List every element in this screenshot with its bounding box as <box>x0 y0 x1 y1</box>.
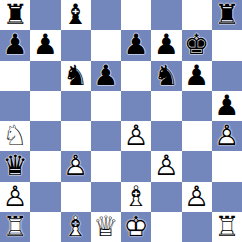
piece-black-pawn: ♟ <box>91 61 121 91</box>
square-b8[interactable] <box>30 0 60 30</box>
square-g5[interactable] <box>182 91 212 121</box>
square-e6[interactable] <box>121 61 151 91</box>
piece-black-king: ♚ <box>182 30 212 60</box>
square-f7[interactable]: ♟ <box>151 30 181 60</box>
black-piece-glyph: ♟ <box>0 30 30 60</box>
square-g7[interactable]: ♚ <box>182 30 212 60</box>
square-h6[interactable] <box>212 61 242 91</box>
square-b5[interactable] <box>30 91 60 121</box>
chess-board: ♜♝♜♟♟♟♟♚♞♟♞♟♟♞♘♟♙♟♙♛♟♙♟♙♟♙♝♗♟♙♜♖♝♗♛♕♚♔♜♖ <box>0 0 242 242</box>
square-d3[interactable] <box>91 151 121 181</box>
square-h3[interactable] <box>212 151 242 181</box>
square-d4[interactable] <box>91 121 121 151</box>
square-f8[interactable] <box>151 0 181 30</box>
black-piece-glyph: ♞ <box>61 61 91 91</box>
piece-black-pawn: ♟ <box>212 91 242 121</box>
square-a2[interactable]: ♟♙ <box>0 182 30 212</box>
square-d2[interactable] <box>91 182 121 212</box>
square-a7[interactable]: ♟ <box>0 30 30 60</box>
square-e8[interactable] <box>121 0 151 30</box>
square-d7[interactable] <box>91 30 121 60</box>
square-h7[interactable] <box>212 30 242 60</box>
square-f3[interactable]: ♟♙ <box>151 151 181 181</box>
square-c3[interactable]: ♟♙ <box>61 151 91 181</box>
black-piece-glyph: ♟ <box>212 91 242 121</box>
square-a8[interactable]: ♜ <box>0 0 30 30</box>
piece-white-pawn: ♟♙ <box>151 151 181 181</box>
black-piece-glyph: ♟ <box>30 30 60 60</box>
white-piece-outline: ♔ <box>121 212 151 242</box>
piece-white-bishop: ♝♗ <box>61 212 91 242</box>
square-c4[interactable] <box>61 121 91 151</box>
piece-white-pawn: ♟♙ <box>121 121 151 151</box>
square-f1[interactable] <box>151 212 181 242</box>
white-piece-outline: ♗ <box>61 212 91 242</box>
square-h8[interactable]: ♜ <box>212 0 242 30</box>
square-c1[interactable]: ♝♗ <box>61 212 91 242</box>
black-piece-glyph: ♜ <box>212 0 242 30</box>
black-piece-glyph: ♟ <box>151 30 181 60</box>
black-piece-glyph: ♞ <box>151 61 181 91</box>
square-g2[interactable]: ♟♙ <box>182 182 212 212</box>
piece-black-rook: ♜ <box>0 0 30 30</box>
white-piece-outline: ♗ <box>121 182 151 212</box>
square-h1[interactable]: ♜♖ <box>212 212 242 242</box>
black-piece-glyph: ♟ <box>91 61 121 91</box>
square-g4[interactable] <box>182 121 212 151</box>
piece-black-queen: ♛ <box>0 151 30 181</box>
piece-black-pawn: ♟ <box>151 30 181 60</box>
square-g8[interactable] <box>182 0 212 30</box>
square-c6[interactable]: ♞ <box>61 61 91 91</box>
square-f4[interactable] <box>151 121 181 151</box>
white-piece-outline: ♕ <box>91 212 121 242</box>
square-h4[interactable]: ♟♙ <box>212 121 242 151</box>
piece-black-rook: ♜ <box>212 0 242 30</box>
piece-black-knight: ♞ <box>151 61 181 91</box>
piece-white-king: ♚♔ <box>121 212 151 242</box>
square-c7[interactable] <box>61 30 91 60</box>
square-e7[interactable]: ♟ <box>121 30 151 60</box>
black-piece-glyph: ♛ <box>0 151 30 181</box>
piece-black-pawn: ♟ <box>30 30 60 60</box>
square-a4[interactable]: ♞♘ <box>0 121 30 151</box>
square-e5[interactable] <box>121 91 151 121</box>
square-d8[interactable] <box>91 0 121 30</box>
square-a6[interactable] <box>0 61 30 91</box>
square-g3[interactable] <box>182 151 212 181</box>
square-c2[interactable] <box>61 182 91 212</box>
square-b2[interactable] <box>30 182 60 212</box>
square-h2[interactable] <box>212 182 242 212</box>
white-piece-outline: ♖ <box>212 212 242 242</box>
square-e3[interactable] <box>121 151 151 181</box>
piece-white-rook: ♜♖ <box>212 212 242 242</box>
black-piece-glyph: ♟ <box>121 30 151 60</box>
square-c5[interactable] <box>61 91 91 121</box>
piece-white-pawn: ♟♙ <box>61 151 91 181</box>
square-g1[interactable] <box>182 212 212 242</box>
white-piece-outline: ♙ <box>121 121 151 151</box>
white-piece-outline: ♙ <box>212 121 242 151</box>
square-d6[interactable]: ♟ <box>91 61 121 91</box>
square-h5[interactable]: ♟ <box>212 91 242 121</box>
square-f5[interactable] <box>151 91 181 121</box>
square-e2[interactable]: ♝♗ <box>121 182 151 212</box>
square-a1[interactable]: ♜♖ <box>0 212 30 242</box>
square-b4[interactable] <box>30 121 60 151</box>
white-piece-outline: ♘ <box>0 121 30 151</box>
square-f6[interactable]: ♞ <box>151 61 181 91</box>
square-e4[interactable]: ♟♙ <box>121 121 151 151</box>
square-g6[interactable]: ♟ <box>182 61 212 91</box>
piece-white-knight: ♞♘ <box>0 121 30 151</box>
piece-white-queen: ♛♕ <box>91 212 121 242</box>
piece-white-bishop: ♝♗ <box>121 182 151 212</box>
white-piece-outline: ♙ <box>151 151 181 181</box>
white-piece-outline: ♙ <box>182 182 212 212</box>
piece-black-knight: ♞ <box>61 61 91 91</box>
black-piece-glyph: ♚ <box>182 30 212 60</box>
white-piece-outline: ♖ <box>0 212 30 242</box>
square-c8[interactable]: ♝ <box>61 0 91 30</box>
piece-white-pawn: ♟♙ <box>212 121 242 151</box>
square-b3[interactable] <box>30 151 60 181</box>
square-b7[interactable]: ♟ <box>30 30 60 60</box>
square-a3[interactable]: ♛ <box>0 151 30 181</box>
piece-white-pawn: ♟♙ <box>182 182 212 212</box>
square-d1[interactable]: ♛♕ <box>91 212 121 242</box>
black-piece-glyph: ♟ <box>182 61 212 91</box>
piece-black-pawn: ♟ <box>182 61 212 91</box>
white-piece-outline: ♙ <box>61 151 91 181</box>
piece-black-bishop: ♝ <box>61 0 91 30</box>
white-piece-outline: ♙ <box>0 182 30 212</box>
square-f2[interactable] <box>151 182 181 212</box>
black-piece-glyph: ♜ <box>0 0 30 30</box>
piece-black-pawn: ♟ <box>121 30 151 60</box>
square-b6[interactable] <box>30 61 60 91</box>
piece-black-pawn: ♟ <box>0 30 30 60</box>
piece-white-rook: ♜♖ <box>0 212 30 242</box>
square-e1[interactable]: ♚♔ <box>121 212 151 242</box>
square-b1[interactable] <box>30 212 60 242</box>
square-a5[interactable] <box>0 91 30 121</box>
black-piece-glyph: ♝ <box>61 0 91 30</box>
square-d5[interactable] <box>91 91 121 121</box>
piece-white-pawn: ♟♙ <box>0 182 30 212</box>
